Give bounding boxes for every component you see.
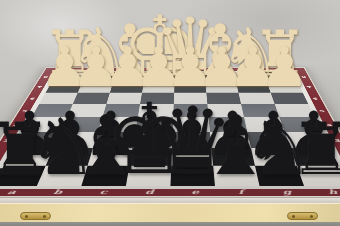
- square-d7: [142, 82, 175, 93]
- square-b7: [78, 82, 113, 93]
- square-g7: [236, 82, 271, 93]
- file-label-g: g: [263, 189, 311, 196]
- file-labels-near: abcdefgh: [0, 189, 340, 196]
- file-label-f: f: [218, 189, 265, 196]
- square-e4: [173, 117, 210, 131]
- square-e7: [174, 82, 206, 93]
- square-b4: [61, 117, 103, 131]
- square-d4: [135, 117, 173, 131]
- square-a8: [52, 72, 87, 82]
- square-h3: [285, 132, 330, 148]
- square-f1: [213, 166, 259, 186]
- square-f3: [210, 132, 251, 148]
- file-label-h: h: [308, 189, 340, 196]
- square-g1: [255, 166, 304, 186]
- square-h7: [267, 82, 303, 93]
- hinge-icon: [287, 212, 318, 220]
- square-d2: [129, 148, 172, 166]
- square-h5: [275, 104, 315, 117]
- square-e1: [170, 166, 215, 186]
- file-label-far-h: h: [58, 68, 89, 71]
- square-e2: [171, 148, 213, 166]
- square-e8: [175, 72, 206, 82]
- square-b3: [54, 132, 98, 148]
- file-label-far-e: e: [147, 68, 177, 71]
- file-label-far-d: d: [176, 68, 206, 71]
- square-e6: [174, 93, 208, 105]
- square-b2: [46, 148, 93, 166]
- square-f5: [207, 104, 244, 117]
- case-wood: [0, 203, 340, 222]
- chess-board: abcdefgh abcdefgh 87654321 87654321: [0, 67, 340, 197]
- square-d8: [144, 72, 175, 82]
- hinge-icon: [20, 212, 51, 220]
- file-label-a: a: [0, 189, 36, 196]
- square-g5: [241, 104, 279, 117]
- square-f6: [206, 93, 241, 105]
- square-d3: [133, 132, 173, 148]
- square-d1: [126, 166, 171, 186]
- file-label-b: b: [33, 189, 81, 196]
- file-label-far-b: b: [235, 68, 265, 71]
- square-d6: [140, 93, 174, 105]
- square-f8: [204, 72, 236, 82]
- file-labels-far: abcdefgh: [58, 68, 294, 71]
- square-c2: [88, 148, 133, 166]
- square-f4: [209, 117, 248, 131]
- square-c6: [106, 93, 142, 105]
- square-g2: [251, 148, 297, 166]
- square-d5: [138, 104, 174, 117]
- file-label-e: e: [172, 189, 218, 196]
- file-label-far-f: f: [117, 68, 147, 71]
- square-a6: [39, 93, 78, 105]
- file-label-far-a: a: [264, 68, 295, 71]
- square-b5: [67, 104, 106, 117]
- square-e5: [173, 104, 208, 117]
- square-b6: [73, 93, 110, 105]
- board-perspective-wrap: abcdefgh abcdefgh 87654321 87654321: [0, 0, 340, 226]
- square-b1: [37, 166, 88, 186]
- file-label-d: d: [126, 189, 173, 196]
- square-g6: [238, 93, 274, 105]
- square-g8: [234, 72, 267, 82]
- square-g4: [244, 117, 285, 131]
- square-f7: [205, 82, 238, 93]
- square-e3: [172, 132, 211, 148]
- square-f2: [211, 148, 254, 166]
- case-front: [0, 197, 340, 226]
- square-c4: [98, 117, 138, 131]
- square-b8: [83, 72, 117, 82]
- square-h6: [271, 93, 309, 105]
- square-c3: [93, 132, 135, 148]
- file-label-c: c: [79, 189, 126, 196]
- square-a7: [46, 82, 83, 93]
- table-shadow: [0, 222, 340, 226]
- square-g3: [247, 132, 290, 148]
- square-c5: [102, 104, 140, 117]
- square-c1: [81, 166, 129, 186]
- square-h1: [297, 166, 340, 186]
- square-c8: [113, 72, 145, 82]
- square-h8: [263, 72, 297, 82]
- square-h4: [279, 117, 321, 131]
- file-label-far-c: c: [206, 68, 236, 71]
- board-squares: [0, 72, 340, 186]
- square-c7: [110, 82, 144, 93]
- file-label-far-g: g: [88, 68, 118, 71]
- square-h2: [290, 148, 338, 166]
- photo-scene: abcdefgh abcdefgh 87654321 87654321 ♜♞♝♚…: [0, 0, 340, 226]
